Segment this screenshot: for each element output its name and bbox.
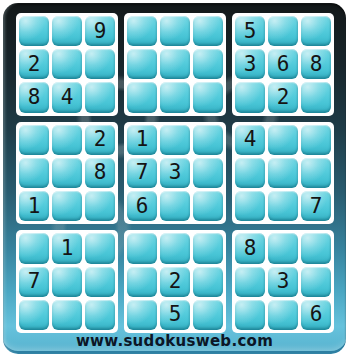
cell-r5c5: 3	[160, 158, 190, 188]
cell-r1c1[interactable]	[19, 16, 49, 46]
block-3-3: 8 3 6	[232, 230, 334, 333]
block-2-3: 4 7	[232, 122, 334, 225]
cell-r5c4: 7	[127, 158, 157, 188]
cell-r5c8[interactable]	[268, 158, 298, 188]
cell-r4c3: 2	[85, 125, 115, 155]
cell-r3c4[interactable]	[127, 82, 157, 112]
cell-r9c1[interactable]	[19, 300, 49, 330]
cell-r6c9: 7	[301, 191, 331, 221]
block-1-1: 92 84	[16, 13, 118, 116]
cell-r3c1: 8	[19, 82, 49, 112]
cell-r2c8: 6	[268, 49, 298, 79]
cell-r1c2[interactable]	[52, 16, 82, 46]
cell-r2c9: 8	[301, 49, 331, 79]
cell-r1c8[interactable]	[268, 16, 298, 46]
cell-r4c1[interactable]	[19, 125, 49, 155]
cell-r2c4[interactable]	[127, 49, 157, 79]
cell-r8c2[interactable]	[52, 267, 82, 297]
cell-r1c4[interactable]	[127, 16, 157, 46]
cell-r6c3[interactable]	[85, 191, 115, 221]
cell-r6c8[interactable]	[268, 191, 298, 221]
cell-r6c2[interactable]	[52, 191, 82, 221]
cell-r1c6[interactable]	[193, 16, 223, 46]
cell-r9c2[interactable]	[52, 300, 82, 330]
cell-r9c6[interactable]	[193, 300, 223, 330]
cell-r7c2: 1	[52, 233, 82, 263]
cell-r5c6[interactable]	[193, 158, 223, 188]
cell-r4c4: 1	[127, 125, 157, 155]
cell-r7c9[interactable]	[301, 233, 331, 263]
cell-r3c7[interactable]	[235, 82, 265, 112]
cell-r3c6[interactable]	[193, 82, 223, 112]
block-3-2: 2 5	[124, 230, 226, 333]
cell-r5c3: 8	[85, 158, 115, 188]
cell-r9c9: 6	[301, 300, 331, 330]
cell-r3c9[interactable]	[301, 82, 331, 112]
cell-r2c6[interactable]	[193, 49, 223, 79]
block-2-1: 2 81	[16, 122, 118, 225]
cell-r8c5: 2	[160, 267, 190, 297]
cell-r9c5: 5	[160, 300, 190, 330]
cell-r1c7: 5	[235, 16, 265, 46]
cell-r7c7: 8	[235, 233, 265, 263]
cell-r6c5[interactable]	[160, 191, 190, 221]
cell-r2c1: 2	[19, 49, 49, 79]
cell-r7c1[interactable]	[19, 233, 49, 263]
cell-r3c3[interactable]	[85, 82, 115, 112]
cell-r2c2[interactable]	[52, 49, 82, 79]
cell-r5c9[interactable]	[301, 158, 331, 188]
cell-r4c8[interactable]	[268, 125, 298, 155]
cell-r2c3[interactable]	[85, 49, 115, 79]
block-2-2: 1 73 6	[124, 122, 226, 225]
cell-r8c1: 7	[19, 267, 49, 297]
cell-r9c3[interactable]	[85, 300, 115, 330]
cell-r7c8[interactable]	[268, 233, 298, 263]
cell-r8c8: 3	[268, 267, 298, 297]
block-3-1: 1 7	[16, 230, 118, 333]
cell-r6c1: 1	[19, 191, 49, 221]
footer-link[interactable]: www.sudokusweb.com	[3, 332, 346, 350]
cell-r7c3[interactable]	[85, 233, 115, 263]
block-1-3: 5 368 2	[232, 13, 334, 116]
cell-r5c7[interactable]	[235, 158, 265, 188]
cell-r9c7[interactable]	[235, 300, 265, 330]
cell-r7c5[interactable]	[160, 233, 190, 263]
cell-r4c2[interactable]	[52, 125, 82, 155]
cell-r4c6[interactable]	[193, 125, 223, 155]
cell-r5c2[interactable]	[52, 158, 82, 188]
cell-r3c5[interactable]	[160, 82, 190, 112]
board-grid: 92 84 5 368 2 2 81 1 73 6 4 7 1 7 2 5 8 …	[16, 13, 334, 333]
cell-r6c4: 6	[127, 191, 157, 221]
cell-r4c9[interactable]	[301, 125, 331, 155]
cell-r4c5[interactable]	[160, 125, 190, 155]
cell-r2c5[interactable]	[160, 49, 190, 79]
cell-r6c7[interactable]	[235, 191, 265, 221]
cell-r1c3: 9	[85, 16, 115, 46]
cell-r1c9[interactable]	[301, 16, 331, 46]
cell-r3c2: 4	[52, 82, 82, 112]
cell-r6c6[interactable]	[193, 191, 223, 221]
cell-r8c9[interactable]	[301, 267, 331, 297]
cell-r5c1[interactable]	[19, 158, 49, 188]
cell-r7c6[interactable]	[193, 233, 223, 263]
cell-r2c7: 3	[235, 49, 265, 79]
sudoku-board: 92 84 5 368 2 2 81 1 73 6 4 7 1 7 2 5 8 …	[3, 3, 346, 354]
cell-r3c8: 2	[268, 82, 298, 112]
cell-r9c4[interactable]	[127, 300, 157, 330]
cell-r8c4[interactable]	[127, 267, 157, 297]
block-1-2	[124, 13, 226, 116]
cell-r4c7: 4	[235, 125, 265, 155]
cell-r9c8[interactable]	[268, 300, 298, 330]
cell-r8c3[interactable]	[85, 267, 115, 297]
cell-r8c6[interactable]	[193, 267, 223, 297]
cell-r1c5[interactable]	[160, 16, 190, 46]
cell-r7c4[interactable]	[127, 233, 157, 263]
cell-r8c7[interactable]	[235, 267, 265, 297]
